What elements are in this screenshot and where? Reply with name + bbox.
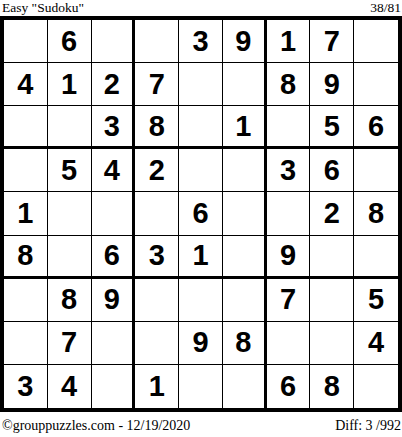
cell-r1c5[interactable]: 3: [179, 20, 223, 63]
cell-r4c9[interactable]: [354, 149, 398, 192]
cell-r4c8[interactable]: 6: [310, 149, 354, 192]
cell-r6c2[interactable]: [48, 236, 92, 279]
cell-r5c6[interactable]: [223, 192, 267, 235]
cell-r1c6[interactable]: 9: [223, 20, 267, 63]
cell-r2c6[interactable]: [223, 63, 267, 106]
cell-r4c5[interactable]: [179, 149, 223, 192]
cell-r8c3[interactable]: [92, 322, 136, 365]
cell-r7c5[interactable]: [179, 279, 223, 322]
cell-r5c8[interactable]: 2: [310, 192, 354, 235]
cell-r6c3[interactable]: 6: [92, 236, 136, 279]
sudoku-grid: 6391741278938156542361628863198975798434…: [4, 20, 398, 408]
cell-r9c2[interactable]: 4: [48, 365, 92, 408]
cell-r7c2[interactable]: 8: [48, 279, 92, 322]
cell-r8c1[interactable]: [4, 322, 48, 365]
cell-r8c7[interactable]: [267, 322, 311, 365]
cell-r5c1[interactable]: 1: [4, 192, 48, 235]
cell-r5c5[interactable]: 6: [179, 192, 223, 235]
cell-r4c7[interactable]: 3: [267, 149, 311, 192]
cell-r1c2[interactable]: 6: [48, 20, 92, 63]
cell-r7c3[interactable]: 9: [92, 279, 136, 322]
cell-r6c7[interactable]: 9: [267, 236, 311, 279]
cell-r6c8[interactable]: [310, 236, 354, 279]
cell-r2c2[interactable]: 1: [48, 63, 92, 106]
cell-r9c6[interactable]: [223, 365, 267, 408]
cell-r9c5[interactable]: [179, 365, 223, 408]
cell-r2c4[interactable]: 7: [135, 63, 179, 106]
sudoku-page: Easy "Sudoku" 38/81 63917412789381565423…: [0, 0, 402, 437]
cell-r3c6[interactable]: 1: [223, 106, 267, 149]
cell-r6c6[interactable]: [223, 236, 267, 279]
cell-r7c9[interactable]: 5: [354, 279, 398, 322]
cell-r3c4[interactable]: 8: [135, 106, 179, 149]
cell-r2c1[interactable]: 4: [4, 63, 48, 106]
cell-r5c2[interactable]: [48, 192, 92, 235]
cell-r8c8[interactable]: [310, 322, 354, 365]
cell-r4c3[interactable]: 4: [92, 149, 136, 192]
cell-r5c4[interactable]: [135, 192, 179, 235]
cell-r9c9[interactable]: [354, 365, 398, 408]
cell-r3c5[interactable]: [179, 106, 223, 149]
cell-r2c5[interactable]: [179, 63, 223, 106]
cell-r9c1[interactable]: 3: [4, 365, 48, 408]
cell-r8c4[interactable]: [135, 322, 179, 365]
sudoku-board: 6391741278938156542361628863198975798434…: [0, 16, 402, 412]
cell-r1c4[interactable]: [135, 20, 179, 63]
cell-r2c9[interactable]: [354, 63, 398, 106]
header-bar: Easy "Sudoku" 38/81: [0, 0, 402, 16]
cell-r3c7[interactable]: [267, 106, 311, 149]
cell-r3c2[interactable]: [48, 106, 92, 149]
copyright-text: ©grouppuzzles.com - 12/19/2020: [2, 418, 190, 434]
cell-r7c8[interactable]: [310, 279, 354, 322]
cell-r6c5[interactable]: 1: [179, 236, 223, 279]
difficulty-text: Diff: 3 /992: [335, 418, 401, 434]
cell-r1c9[interactable]: [354, 20, 398, 63]
cell-r6c1[interactable]: 8: [4, 236, 48, 279]
cell-r8c5[interactable]: 9: [179, 322, 223, 365]
cell-r7c4[interactable]: [135, 279, 179, 322]
cell-r1c1[interactable]: [4, 20, 48, 63]
cell-r5c7[interactable]: [267, 192, 311, 235]
cell-r3c8[interactable]: 5: [310, 106, 354, 149]
cell-r3c1[interactable]: [4, 106, 48, 149]
cell-r9c3[interactable]: [92, 365, 136, 408]
cell-r5c3[interactable]: [92, 192, 136, 235]
cell-r6c4[interactable]: 3: [135, 236, 179, 279]
cell-r8c9[interactable]: 4: [354, 322, 398, 365]
cell-r9c8[interactable]: 8: [310, 365, 354, 408]
cell-r2c7[interactable]: 8: [267, 63, 311, 106]
cell-r5c9[interactable]: 8: [354, 192, 398, 235]
cell-r7c1[interactable]: [4, 279, 48, 322]
clue-counter: 38/81: [370, 0, 401, 15]
cell-r1c8[interactable]: 7: [310, 20, 354, 63]
puzzle-title: Easy "Sudoku": [2, 0, 84, 15]
cell-r4c4[interactable]: 2: [135, 149, 179, 192]
cell-r3c9[interactable]: 6: [354, 106, 398, 149]
cell-r1c3[interactable]: [92, 20, 136, 63]
cell-r6c9[interactable]: [354, 236, 398, 279]
cell-r9c7[interactable]: 6: [267, 365, 311, 408]
cell-r4c6[interactable]: [223, 149, 267, 192]
cell-r4c2[interactable]: 5: [48, 149, 92, 192]
cell-r3c3[interactable]: 3: [92, 106, 136, 149]
cell-r7c7[interactable]: 7: [267, 279, 311, 322]
cell-r9c4[interactable]: 1: [135, 365, 179, 408]
cell-r2c8[interactable]: 9: [310, 63, 354, 106]
cell-r4c1[interactable]: [4, 149, 48, 192]
cell-r8c6[interactable]: 8: [223, 322, 267, 365]
cell-r7c6[interactable]: [223, 279, 267, 322]
cell-r8c2[interactable]: 7: [48, 322, 92, 365]
cell-r2c3[interactable]: 2: [92, 63, 136, 106]
cell-r1c7[interactable]: 1: [267, 20, 311, 63]
footer-bar: ©grouppuzzles.com - 12/19/2020 Diff: 3 /…: [0, 412, 402, 434]
